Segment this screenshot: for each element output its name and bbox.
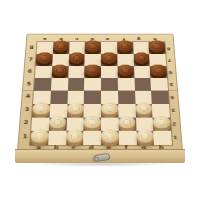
dark-checker-c7[interactable]	[69, 52, 85, 64]
board-wooden-frame: abcdefgh abcdefgh 87654321 87654321	[17, 34, 183, 154]
ranks-left-label-6: 6	[27, 69, 32, 74]
light-checker-a1[interactable]	[30, 129, 48, 143]
files-top-label-g: g	[137, 36, 141, 40]
dark-checker-b8[interactable]	[53, 41, 69, 52]
square-c3[interactable]	[67, 104, 84, 117]
square-a6[interactable]	[35, 66, 52, 78]
square-b2[interactable]	[49, 117, 67, 131]
ranks-right-label-6: 6	[168, 69, 172, 73]
light-checker-b2[interactable]	[49, 115, 67, 128]
square-f6[interactable]	[117, 66, 134, 78]
square-g5[interactable]	[134, 78, 151, 91]
board-grid	[30, 42, 172, 145]
ranks-right-label-8: 8	[166, 46, 170, 50]
square-a3[interactable]	[32, 104, 50, 117]
square-e5[interactable]	[101, 78, 118, 91]
ranks-left-label-5: 5	[27, 81, 32, 86]
files-top-label-d: d	[90, 36, 94, 40]
square-a7[interactable]	[36, 54, 53, 66]
light-checker-a3[interactable]	[32, 102, 50, 115]
square-f5[interactable]	[118, 78, 135, 91]
files-top-label-h: h	[153, 36, 157, 40]
square-d4[interactable]	[84, 91, 101, 104]
square-g7[interactable]	[133, 54, 150, 66]
light-checker-g3[interactable]	[135, 102, 152, 115]
square-e3[interactable]	[101, 104, 118, 117]
dark-checker-g7[interactable]	[133, 52, 149, 64]
files-top-label-f: f	[122, 36, 124, 40]
ranks-right-label-2: 2	[172, 120, 176, 125]
ranks-left-label-8: 8	[29, 45, 34, 50]
ranks-right-label-3: 3	[171, 107, 175, 111]
square-b6[interactable]	[51, 66, 68, 78]
dark-checker-a7[interactable]	[36, 52, 53, 64]
square-d8[interactable]	[85, 42, 101, 54]
light-checker-d2[interactable]	[84, 115, 101, 128]
files-top-label-a: a	[44, 36, 48, 40]
square-b4[interactable]	[50, 91, 67, 104]
files-top-label-c: c	[75, 36, 78, 40]
ranks-left-label-4: 4	[26, 94, 31, 99]
ranks-left-label-3: 3	[25, 107, 30, 112]
photo-stage: abcdefgh abcdefgh 87654321 87654321	[0, 0, 200, 200]
square-a5[interactable]	[34, 78, 51, 91]
light-checker-e1[interactable]	[101, 129, 118, 143]
ranks-left-label-1: 1	[22, 134, 27, 139]
ranks-left-label-2: 2	[23, 120, 28, 125]
dark-checker-d6[interactable]	[85, 64, 101, 76]
square-d2[interactable]	[84, 117, 101, 131]
light-checker-f2[interactable]	[118, 115, 135, 128]
square-c5[interactable]	[67, 78, 84, 91]
light-checker-c1[interactable]	[66, 129, 84, 143]
light-checker-c3[interactable]	[67, 102, 84, 115]
files-top-label-e: e	[106, 36, 110, 40]
square-f2[interactable]	[118, 117, 136, 131]
dark-checker-f6[interactable]	[117, 64, 133, 76]
files-top-label-b: b	[59, 36, 63, 40]
square-d5[interactable]	[84, 78, 101, 91]
dark-checker-f8[interactable]	[117, 41, 133, 52]
square-b5[interactable]	[51, 78, 68, 91]
square-b8[interactable]	[53, 42, 70, 54]
square-c7[interactable]	[68, 54, 85, 66]
square-f4[interactable]	[118, 91, 135, 104]
metal-clasp-latch	[94, 153, 111, 162]
ranks-right-label-4: 4	[170, 94, 174, 98]
dark-checker-d8[interactable]	[85, 41, 101, 52]
ranks-right-label-1: 1	[173, 134, 177, 139]
ranks-right-label-5: 5	[169, 82, 173, 86]
dark-checker-b6[interactable]	[52, 64, 69, 76]
checkers-board: abcdefgh abcdefgh 87654321 87654321	[17, 34, 183, 154]
square-d6[interactable]	[84, 66, 101, 78]
square-g3[interactable]	[135, 104, 153, 117]
box-front-edge	[15, 149, 185, 163]
square-e6[interactable]	[101, 66, 118, 78]
ranks-left-label-7: 7	[28, 57, 33, 62]
square-c6[interactable]	[68, 66, 85, 78]
light-checker-g1[interactable]	[136, 129, 154, 143]
square-g6[interactable]	[134, 66, 151, 78]
ranks-right-label-7: 7	[167, 57, 171, 61]
dark-checker-e7[interactable]	[101, 52, 117, 64]
files-top: abcdefgh	[37, 34, 162, 42]
square-f8[interactable]	[117, 42, 133, 54]
square-e7[interactable]	[101, 54, 117, 66]
light-checker-e3[interactable]	[101, 102, 118, 115]
